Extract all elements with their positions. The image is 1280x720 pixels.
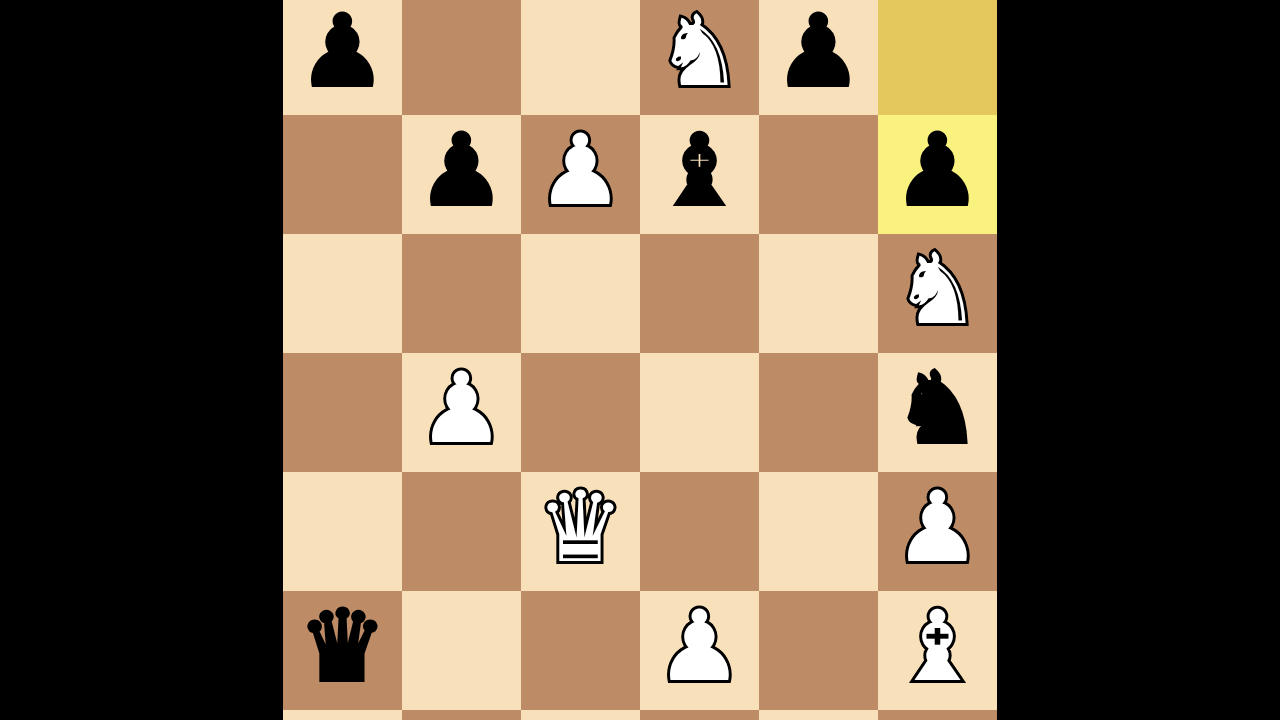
square-c1[interactable] (402, 710, 521, 720)
black-pawn-piece: ♟ (299, 0, 387, 111)
white-bishop-piece: ♝ (894, 587, 982, 706)
square-c6[interactable]: ♟ (402, 115, 521, 234)
chess-board: ♟♞♟♟♟♝♟♞♟♞♛♟♛♟♝ (283, 0, 997, 720)
square-e4[interactable] (640, 353, 759, 472)
square-g1[interactable] (878, 710, 997, 720)
square-e3[interactable] (640, 472, 759, 591)
square-e1[interactable] (640, 710, 759, 720)
square-f2[interactable] (759, 591, 878, 710)
black-pawn-piece: ♟ (418, 111, 506, 230)
square-b5[interactable] (283, 234, 402, 353)
square-d3[interactable]: ♛ (521, 472, 640, 591)
square-c2[interactable] (402, 591, 521, 710)
square-g4[interactable]: ♞ (878, 353, 997, 472)
square-f3[interactable] (759, 472, 878, 591)
black-pawn-piece: ♟ (894, 111, 982, 230)
square-f5[interactable] (759, 234, 878, 353)
black-queen-piece: ♛ (299, 587, 387, 706)
square-c4[interactable]: ♟ (402, 353, 521, 472)
white-knight-piece: ♞ (656, 0, 744, 111)
square-b1[interactable] (283, 710, 402, 720)
square-f7[interactable]: ♟ (759, 0, 878, 115)
square-b4[interactable] (283, 353, 402, 472)
square-c5[interactable] (402, 234, 521, 353)
square-e7[interactable]: ♞ (640, 0, 759, 115)
square-c7[interactable] (402, 0, 521, 115)
square-d4[interactable] (521, 353, 640, 472)
square-d1[interactable] (521, 710, 640, 720)
square-f6[interactable] (759, 115, 878, 234)
black-knight-piece: ♞ (894, 349, 982, 468)
square-g2[interactable]: ♝ (878, 591, 997, 710)
square-d5[interactable] (521, 234, 640, 353)
square-d7[interactable] (521, 0, 640, 115)
square-d2[interactable] (521, 591, 640, 710)
square-b3[interactable] (283, 472, 402, 591)
white-pawn-piece: ♟ (537, 111, 625, 230)
pillarbox-left-bar (0, 0, 283, 720)
square-e6[interactable]: ♝ (640, 115, 759, 234)
square-e2[interactable]: ♟ (640, 591, 759, 710)
white-pawn-piece: ♟ (418, 349, 506, 468)
pillarbox-right-bar (997, 0, 1280, 720)
square-d6[interactable]: ♟ (521, 115, 640, 234)
white-pawn-piece: ♟ (894, 468, 982, 587)
white-pawn-piece: ♟ (656, 587, 744, 706)
square-b7[interactable]: ♟ (283, 0, 402, 115)
square-e5[interactable] (640, 234, 759, 353)
white-knight-piece: ♞ (894, 230, 982, 349)
square-c3[interactable] (402, 472, 521, 591)
square-g3[interactable]: ♟ (878, 472, 997, 591)
black-bishop-piece: ♝ (656, 111, 744, 230)
square-f4[interactable] (759, 353, 878, 472)
square-f1[interactable] (759, 710, 878, 720)
black-pawn-piece: ♟ (775, 0, 863, 111)
video-frame: ♟♞♟♟♟♝♟♞♟♞♛♟♛♟♝ (0, 0, 1280, 720)
white-queen-piece: ♛ (537, 468, 625, 587)
square-g6[interactable]: ♟ (878, 115, 997, 234)
square-g7[interactable] (878, 0, 997, 115)
square-g5[interactable]: ♞ (878, 234, 997, 353)
square-b6[interactable] (283, 115, 402, 234)
square-b2[interactable]: ♛ (283, 591, 402, 710)
